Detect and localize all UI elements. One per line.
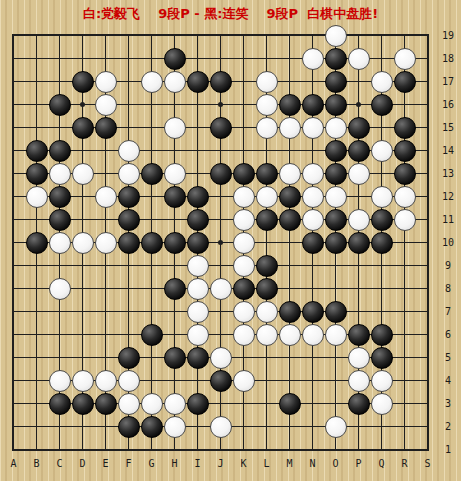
white-stone[interactable] — [233, 209, 255, 231]
white-stone[interactable] — [394, 48, 416, 70]
white-stone[interactable] — [302, 209, 324, 231]
black-stone[interactable] — [26, 232, 48, 254]
white-stone[interactable] — [49, 278, 71, 300]
column-label: J — [209, 458, 232, 472]
column-label: N — [301, 458, 324, 472]
black-stone[interactable] — [256, 255, 278, 277]
white-stone[interactable] — [325, 186, 347, 208]
black-stone[interactable] — [302, 94, 324, 116]
column-label: F — [117, 458, 140, 472]
white-stone[interactable] — [348, 48, 370, 70]
white-stone[interactable] — [256, 117, 278, 139]
black-stone[interactable] — [302, 232, 324, 254]
white-stone[interactable] — [164, 117, 186, 139]
column-label: H — [163, 458, 186, 472]
black-stone[interactable] — [371, 324, 393, 346]
row-label: 18 — [437, 47, 459, 70]
black-stone[interactable] — [49, 140, 71, 162]
row-label: 10 — [437, 231, 459, 254]
black-stone[interactable] — [141, 416, 163, 438]
column-label: Q — [370, 458, 393, 472]
column-label: G — [140, 458, 163, 472]
white-stone[interactable] — [72, 163, 94, 185]
star-point — [218, 240, 223, 245]
go-board[interactable] — [2, 24, 439, 461]
white-stone[interactable] — [256, 324, 278, 346]
star-point — [218, 102, 223, 107]
black-stone[interactable] — [210, 117, 232, 139]
black-stone[interactable] — [325, 140, 347, 162]
black-stone[interactable] — [118, 347, 140, 369]
black-stone[interactable] — [348, 324, 370, 346]
black-stone[interactable] — [210, 370, 232, 392]
white-stone[interactable] — [95, 370, 117, 392]
black-stone[interactable] — [233, 278, 255, 300]
white-stone[interactable] — [371, 140, 393, 162]
black-stone[interactable] — [164, 347, 186, 369]
black-stone[interactable] — [72, 71, 94, 93]
column-label: S — [416, 458, 439, 472]
white-stone[interactable] — [371, 71, 393, 93]
white-stone[interactable] — [164, 71, 186, 93]
white-stone[interactable] — [210, 278, 232, 300]
white-stone[interactable] — [118, 140, 140, 162]
black-stone[interactable] — [49, 209, 71, 231]
row-label: 14 — [437, 139, 459, 162]
white-stone[interactable] — [302, 48, 324, 70]
white-stone[interactable] — [118, 370, 140, 392]
row-label: 5 — [437, 346, 459, 369]
row-label: 8 — [437, 277, 459, 300]
column-label: A — [2, 458, 25, 472]
row-label: 13 — [437, 162, 459, 185]
white-stone[interactable] — [371, 370, 393, 392]
black-stone[interactable] — [394, 71, 416, 93]
white-stone[interactable] — [95, 71, 117, 93]
white-stone[interactable] — [302, 163, 324, 185]
black-stone[interactable] — [233, 163, 255, 185]
black-stone[interactable] — [302, 301, 324, 323]
white-stone[interactable] — [302, 117, 324, 139]
column-labels: ABCDEFGHIJKLMNOPQRS — [2, 458, 439, 472]
black-stone[interactable] — [279, 301, 301, 323]
white-stone[interactable] — [164, 163, 186, 185]
black-stone[interactable] — [371, 232, 393, 254]
row-label: 7 — [437, 300, 459, 323]
black-stone[interactable] — [325, 209, 347, 231]
white-stone[interactable] — [187, 255, 209, 277]
black-stone[interactable] — [26, 163, 48, 185]
star-point — [80, 102, 85, 107]
white-stone[interactable] — [233, 324, 255, 346]
black-stone[interactable] — [164, 278, 186, 300]
black-stone[interactable] — [279, 209, 301, 231]
black-stone[interactable] — [164, 232, 186, 254]
white-stone[interactable] — [348, 347, 370, 369]
white-stone[interactable] — [141, 71, 163, 93]
white-stone[interactable] — [348, 163, 370, 185]
black-stone[interactable] — [141, 324, 163, 346]
row-label: 19 — [437, 24, 459, 47]
row-label: 2 — [437, 415, 459, 438]
black-stone[interactable] — [210, 163, 232, 185]
row-label: 12 — [437, 185, 459, 208]
white-stone[interactable] — [279, 117, 301, 139]
black-stone[interactable] — [325, 48, 347, 70]
white-stone[interactable] — [72, 370, 94, 392]
white-stone[interactable] — [118, 163, 140, 185]
white-stone[interactable] — [233, 255, 255, 277]
column-label: C — [48, 458, 71, 472]
white-stone[interactable] — [302, 186, 324, 208]
black-stone[interactable] — [394, 140, 416, 162]
black-stone[interactable] — [371, 209, 393, 231]
white-stone[interactable] — [279, 324, 301, 346]
black-stone[interactable] — [279, 393, 301, 415]
black-stone[interactable] — [187, 186, 209, 208]
black-stone[interactable] — [348, 232, 370, 254]
white-stone[interactable] — [256, 94, 278, 116]
black-stone[interactable] — [394, 163, 416, 185]
white-stone[interactable] — [72, 232, 94, 254]
white-stone[interactable] — [95, 232, 117, 254]
white-stone[interactable] — [256, 186, 278, 208]
white-stone[interactable] — [394, 209, 416, 231]
black-stone[interactable] — [118, 416, 140, 438]
black-stone[interactable] — [72, 117, 94, 139]
white-stone[interactable] — [325, 324, 347, 346]
row-label: 3 — [437, 392, 459, 415]
black-stone[interactable] — [95, 117, 117, 139]
black-stone[interactable] — [118, 209, 140, 231]
black-stone[interactable] — [279, 186, 301, 208]
black-stone[interactable] — [164, 186, 186, 208]
black-stone[interactable] — [49, 186, 71, 208]
white-stone[interactable] — [325, 25, 347, 47]
column-label: D — [71, 458, 94, 472]
black-stone[interactable] — [141, 232, 163, 254]
white-stone[interactable] — [49, 370, 71, 392]
black-stone[interactable] — [279, 94, 301, 116]
white-stone[interactable] — [187, 278, 209, 300]
white-stone[interactable] — [49, 232, 71, 254]
white-stone[interactable] — [210, 416, 232, 438]
black-stone[interactable] — [348, 117, 370, 139]
row-label: 17 — [437, 70, 459, 93]
black-stone[interactable] — [256, 278, 278, 300]
black-stone[interactable] — [394, 117, 416, 139]
black-stone[interactable] — [256, 209, 278, 231]
black-stone[interactable] — [325, 232, 347, 254]
white-stone[interactable] — [210, 347, 232, 369]
white-stone[interactable] — [394, 186, 416, 208]
white-stone[interactable] — [141, 393, 163, 415]
white-stone[interactable] — [233, 186, 255, 208]
row-label: 4 — [437, 369, 459, 392]
black-stone[interactable] — [72, 393, 94, 415]
white-stone[interactable] — [95, 186, 117, 208]
black-stone[interactable] — [325, 71, 347, 93]
black-stone[interactable] — [164, 48, 186, 70]
white-stone[interactable] — [187, 324, 209, 346]
white-stone[interactable] — [95, 94, 117, 116]
white-stone[interactable] — [371, 393, 393, 415]
white-stone[interactable] — [348, 370, 370, 392]
row-labels: 19181716151413121110987654321 — [437, 24, 459, 461]
white-stone[interactable] — [325, 416, 347, 438]
column-label: O — [324, 458, 347, 472]
white-stone[interactable] — [233, 370, 255, 392]
column-label: L — [255, 458, 278, 472]
row-label: 1 — [437, 438, 459, 461]
row-label: 6 — [437, 323, 459, 346]
black-stone[interactable] — [187, 393, 209, 415]
black-stone[interactable] — [187, 232, 209, 254]
black-stone[interactable] — [325, 94, 347, 116]
row-label: 9 — [437, 254, 459, 277]
black-stone[interactable] — [348, 393, 370, 415]
black-stone[interactable] — [348, 140, 370, 162]
black-stone[interactable] — [256, 163, 278, 185]
white-stone[interactable] — [26, 186, 48, 208]
column-label: I — [186, 458, 209, 472]
white-stone[interactable] — [256, 301, 278, 323]
white-stone[interactable] — [164, 393, 186, 415]
black-stone[interactable] — [187, 209, 209, 231]
row-label: 16 — [437, 93, 459, 116]
black-stone[interactable] — [118, 232, 140, 254]
white-stone[interactable] — [279, 163, 301, 185]
white-stone[interactable] — [233, 232, 255, 254]
white-stone[interactable] — [256, 71, 278, 93]
column-label: M — [278, 458, 301, 472]
black-stone[interactable] — [187, 347, 209, 369]
black-stone[interactable] — [26, 140, 48, 162]
white-stone[interactable] — [49, 163, 71, 185]
column-label: B — [25, 458, 48, 472]
white-stone[interactable] — [187, 301, 209, 323]
white-stone[interactable] — [164, 416, 186, 438]
black-stone[interactable] — [118, 186, 140, 208]
black-stone[interactable] — [141, 163, 163, 185]
row-label: 15 — [437, 116, 459, 139]
black-stone[interactable] — [371, 94, 393, 116]
column-label: K — [232, 458, 255, 472]
black-stone[interactable] — [325, 163, 347, 185]
black-stone[interactable] — [49, 94, 71, 116]
black-stone[interactable] — [187, 71, 209, 93]
black-stone[interactable] — [49, 393, 71, 415]
white-stone[interactable] — [233, 301, 255, 323]
column-label: E — [94, 458, 117, 472]
row-label: 11 — [437, 208, 459, 231]
go-app-window: 白:党毅飞 9段P - 黑:连笑 9段P 白棋中盘胜! ABCDEFGHIJKL… — [0, 0, 461, 481]
black-stone[interactable] — [210, 71, 232, 93]
white-stone[interactable] — [302, 324, 324, 346]
white-stone[interactable] — [118, 393, 140, 415]
black-stone[interactable] — [325, 301, 347, 323]
column-label: R — [393, 458, 416, 472]
white-stone[interactable] — [371, 186, 393, 208]
black-stone[interactable] — [95, 393, 117, 415]
star-point — [356, 102, 361, 107]
white-stone[interactable] — [348, 209, 370, 231]
white-stone[interactable] — [325, 117, 347, 139]
black-stone[interactable] — [371, 347, 393, 369]
column-label: P — [347, 458, 370, 472]
